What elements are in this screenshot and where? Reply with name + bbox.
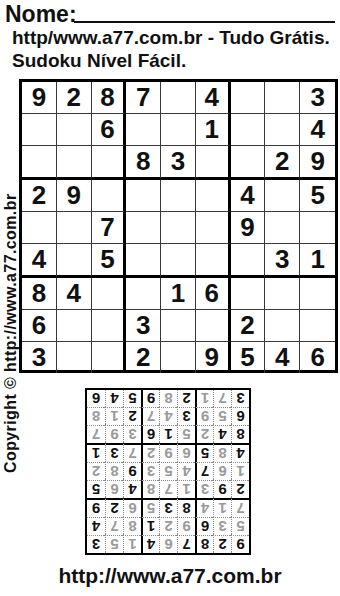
puzzle-cell-r3c8: 2 bbox=[265, 146, 300, 180]
solution-cell-r6c5: 9 bbox=[159, 443, 177, 462]
solution-cell-r7c3: 2 bbox=[195, 425, 213, 443]
solution-cell-r4c9: 5 bbox=[87, 480, 105, 498]
solution-cell-r6c4: 6 bbox=[177, 443, 195, 462]
solution-cell-r7c7: 3 bbox=[123, 425, 141, 443]
puzzle-cell-r9c4: 2 bbox=[126, 342, 161, 373]
solution-cell-r8c9: 8 bbox=[87, 407, 105, 425]
solution-cell-r7c8: 9 bbox=[105, 425, 123, 443]
solution-cell-r8c7: 2 bbox=[123, 407, 141, 425]
puzzle-cell-r7c7[interactable] bbox=[231, 278, 266, 310]
solution-cell-r8c1: 6 bbox=[231, 407, 249, 425]
puzzle-cell-r6c3: 5 bbox=[92, 244, 127, 278]
solution-cell-r7c4: 5 bbox=[177, 425, 195, 443]
puzzle-cell-r3c4: 8 bbox=[126, 146, 161, 180]
solution-cell-r3c6: 5 bbox=[141, 498, 159, 517]
solution-cell-r2c5: 2 bbox=[159, 517, 177, 535]
puzzle-cell-r2c4[interactable] bbox=[126, 114, 161, 146]
puzzle-cell-r1c6: 4 bbox=[196, 82, 231, 114]
solution-cell-r2c7: 8 bbox=[123, 517, 141, 535]
copyright-vertical-text: Copyright © http://www.a77.com.br bbox=[2, 79, 20, 473]
puzzle-cell-r5c6[interactable] bbox=[196, 212, 231, 244]
puzzle-cell-r6c2[interactable] bbox=[57, 244, 92, 278]
solution-grid: 9287641535369218747148356292931784651674… bbox=[85, 388, 251, 555]
puzzle-cell-r4c3[interactable] bbox=[92, 180, 127, 212]
solution-cell-r3c3: 4 bbox=[195, 498, 213, 517]
puzzle-cell-r2c9: 4 bbox=[300, 114, 335, 146]
puzzle-cell-r6c6[interactable] bbox=[196, 244, 231, 278]
solution-cell-r5c5: 5 bbox=[159, 462, 177, 480]
puzzle-cell-r4c1: 2 bbox=[22, 180, 57, 212]
puzzle-cell-r5c5[interactable] bbox=[161, 212, 196, 244]
solution-cell-r8c2: 5 bbox=[213, 407, 231, 425]
solution-cell-r4c4: 1 bbox=[177, 480, 195, 498]
puzzle-cell-r4c6[interactable] bbox=[196, 180, 231, 212]
puzzle-cell-r8c4: 3 bbox=[126, 310, 161, 342]
puzzle-cell-r2c3: 6 bbox=[92, 114, 127, 146]
footer-url: http://www.a77.com.br bbox=[0, 564, 340, 588]
solution-cell-r4c6: 8 bbox=[141, 480, 159, 498]
solution-cell-r4c8: 6 bbox=[105, 480, 123, 498]
solution-cell-r4c1: 2 bbox=[231, 480, 249, 498]
puzzle-cell-r6c4[interactable] bbox=[126, 244, 161, 278]
solution-cell-r1c3: 8 bbox=[195, 535, 213, 553]
solution-cell-r6c3: 5 bbox=[195, 443, 213, 462]
solution-cell-r3c8: 2 bbox=[105, 498, 123, 517]
puzzle-cell-r4c9: 5 bbox=[300, 180, 335, 212]
puzzle-cell-r1c5[interactable] bbox=[161, 82, 196, 114]
puzzle-cell-r9c7: 5 bbox=[231, 342, 266, 373]
solution-cell-r3c9: 9 bbox=[87, 498, 105, 517]
puzzle-cell-r6c8: 3 bbox=[265, 244, 300, 278]
puzzle-cell-r7c4[interactable] bbox=[126, 278, 161, 310]
solution-cell-r6c9: 1 bbox=[87, 443, 105, 462]
solution-cell-r5c1: 1 bbox=[231, 462, 249, 480]
puzzle-cell-r2c2[interactable] bbox=[57, 114, 92, 146]
puzzle-cell-r1c8[interactable] bbox=[265, 82, 300, 114]
solution-cell-r5c8: 8 bbox=[105, 462, 123, 480]
solution-cell-r5c3: 7 bbox=[195, 462, 213, 480]
solution-cell-r6c8: 3 bbox=[105, 443, 123, 462]
puzzle-cell-r7c5: 1 bbox=[161, 278, 196, 310]
solution-cell-r8c5: 4 bbox=[159, 407, 177, 425]
puzzle-cell-r5c3: 7 bbox=[92, 212, 127, 244]
puzzle-cell-r8c1: 6 bbox=[22, 310, 57, 342]
puzzle-cell-r5c1[interactable] bbox=[22, 212, 57, 244]
solution-cell-r9c1: 3 bbox=[231, 390, 249, 407]
puzzle-cell-r3c3[interactable] bbox=[92, 146, 127, 180]
puzzle-cell-r3c6[interactable] bbox=[196, 146, 231, 180]
solution-cell-r1c5: 6 bbox=[159, 535, 177, 553]
puzzle-cell-r8c3[interactable] bbox=[92, 310, 127, 342]
solution-cell-r3c1: 7 bbox=[231, 498, 249, 517]
solution-cell-r1c8: 5 bbox=[105, 535, 123, 553]
name-fill-in-line[interactable] bbox=[74, 0, 335, 23]
solution-cell-r9c6: 9 bbox=[141, 390, 159, 407]
solution-cell-r9c8: 4 bbox=[105, 390, 123, 407]
puzzle-cell-r9c6: 9 bbox=[196, 342, 231, 373]
solution-cell-r2c4: 9 bbox=[177, 517, 195, 535]
solution-cell-r1c4: 7 bbox=[177, 535, 195, 553]
puzzle-cell-r9c8: 4 bbox=[265, 342, 300, 373]
solution-cell-r5c2: 6 bbox=[213, 462, 231, 480]
solution-cell-r2c3: 6 bbox=[195, 517, 213, 535]
sudoku-sheet: Nome: http/www.a77.com.br - Tudo Grátis.… bbox=[0, 0, 340, 596]
puzzle-cell-r7c3[interactable] bbox=[92, 278, 127, 310]
solution-cell-r7c6: 6 bbox=[141, 425, 159, 443]
puzzle-cell-r2c5[interactable] bbox=[161, 114, 196, 146]
puzzle-cell-r1c1: 9 bbox=[22, 82, 57, 114]
puzzle-cell-r1c9: 3 bbox=[300, 82, 335, 114]
solution-cell-r7c5: 1 bbox=[159, 425, 177, 443]
puzzle-cell-r7c6: 6 bbox=[196, 278, 231, 310]
solution-cell-r2c6: 1 bbox=[141, 517, 159, 535]
solution-cell-r3c4: 8 bbox=[177, 498, 195, 517]
solution-cell-r9c3: 1 bbox=[195, 390, 213, 407]
puzzle-cell-r2c1[interactable] bbox=[22, 114, 57, 146]
solution-cell-r2c9: 4 bbox=[87, 517, 105, 535]
puzzle-cell-r3c1[interactable] bbox=[22, 146, 57, 180]
puzzle-cell-r6c1: 4 bbox=[22, 244, 57, 278]
puzzle-cell-r4c7: 4 bbox=[231, 180, 266, 212]
solution-cell-r7c9: 7 bbox=[87, 425, 105, 443]
puzzle-cell-r7c2: 4 bbox=[57, 278, 92, 310]
puzzle-cell-r7c8[interactable] bbox=[265, 278, 300, 310]
solution-cell-r8c6: 7 bbox=[141, 407, 159, 425]
solution-cell-r6c2: 8 bbox=[213, 443, 231, 462]
puzzle-cell-r8c8[interactable] bbox=[265, 310, 300, 342]
puzzle-cell-r5c8[interactable] bbox=[265, 212, 300, 244]
puzzle-cell-r8c6[interactable] bbox=[196, 310, 231, 342]
puzzle-cell-r4c8[interactable] bbox=[265, 180, 300, 212]
solution-cell-r7c2: 4 bbox=[213, 425, 231, 443]
solution-cell-r4c3: 3 bbox=[195, 480, 213, 498]
solution-cell-r8c4: 3 bbox=[177, 407, 195, 425]
solution-cell-r6c6: 2 bbox=[141, 443, 159, 462]
solution-cell-r1c6: 4 bbox=[141, 535, 159, 553]
solution-cell-r6c7: 7 bbox=[123, 443, 141, 462]
puzzle-cell-r4c2: 9 bbox=[57, 180, 92, 212]
puzzle-cell-r1c2: 2 bbox=[57, 82, 92, 114]
puzzle-cell-r5c9[interactable] bbox=[300, 212, 335, 244]
solution-cell-r4c7: 4 bbox=[123, 480, 141, 498]
solution-cell-r8c8: 1 bbox=[105, 407, 123, 425]
solution-cell-r1c7: 1 bbox=[123, 535, 141, 553]
puzzle-cell-r7c1: 8 bbox=[22, 278, 57, 310]
solution-cell-r1c9: 3 bbox=[87, 535, 105, 553]
solution-cell-r3c2: 1 bbox=[213, 498, 231, 517]
site-title: http/www.a77.com.br - Tudo Grátis. bbox=[12, 27, 330, 49]
puzzle-cell-r3c9: 9 bbox=[300, 146, 335, 180]
solution-cell-r6c1: 4 bbox=[231, 443, 249, 462]
puzzle-cell-r3c2[interactable] bbox=[57, 146, 92, 180]
puzzle-cell-r5c7: 9 bbox=[231, 212, 266, 244]
puzzle-cell-r9c5[interactable] bbox=[161, 342, 196, 373]
puzzle-cell-r1c4: 7 bbox=[126, 82, 161, 114]
puzzle-cell-r7c9[interactable] bbox=[300, 278, 335, 310]
solution-cell-r1c1: 9 bbox=[231, 535, 249, 553]
puzzle-cell-r9c1: 3 bbox=[22, 342, 57, 373]
puzzle-difficulty-title: Sudoku Nível Fácil. bbox=[12, 50, 186, 72]
puzzle-grid: 928743614832929457945318416632329546 bbox=[19, 79, 338, 373]
solution-cell-r4c2: 9 bbox=[213, 480, 231, 498]
solution-cell-r2c8: 7 bbox=[105, 517, 123, 535]
puzzle-cell-r6c9: 1 bbox=[300, 244, 335, 278]
puzzle-cell-r3c7[interactable] bbox=[231, 146, 266, 180]
puzzle-cell-r6c7[interactable] bbox=[231, 244, 266, 278]
puzzle-cell-r9c2[interactable] bbox=[57, 342, 92, 373]
solution-cell-r5c9: 2 bbox=[87, 462, 105, 480]
puzzle-cell-r8c7: 2 bbox=[231, 310, 266, 342]
puzzle-cell-r4c5[interactable] bbox=[161, 180, 196, 212]
solution-cell-r5c7: 9 bbox=[123, 462, 141, 480]
puzzle-cell-r4c4[interactable] bbox=[126, 180, 161, 212]
puzzle-cell-r2c7[interactable] bbox=[231, 114, 266, 146]
puzzle-cell-r5c2[interactable] bbox=[57, 212, 92, 244]
puzzle-cell-r5c4[interactable] bbox=[126, 212, 161, 244]
puzzle-cell-r8c5[interactable] bbox=[161, 310, 196, 342]
solution-cell-r5c6: 3 bbox=[141, 462, 159, 480]
solution-cell-r3c5: 3 bbox=[159, 498, 177, 517]
solution-cell-r9c7: 5 bbox=[123, 390, 141, 407]
solution-cell-r7c1: 8 bbox=[231, 425, 249, 443]
puzzle-cell-r9c3[interactable] bbox=[92, 342, 127, 373]
name-label: Nome: bbox=[5, 1, 77, 28]
solution-cell-r9c9: 6 bbox=[87, 390, 105, 407]
solution-cell-r9c2: 7 bbox=[213, 390, 231, 407]
puzzle-cell-r9c9: 6 bbox=[300, 342, 335, 373]
puzzle-cell-r1c3: 8 bbox=[92, 82, 127, 114]
puzzle-cell-r6c5[interactable] bbox=[161, 244, 196, 278]
solution-cell-r3c7: 6 bbox=[123, 498, 141, 517]
solution-cell-r1c2: 2 bbox=[213, 535, 231, 553]
solution-cell-r2c1: 5 bbox=[231, 517, 249, 535]
puzzle-cell-r8c2[interactable] bbox=[57, 310, 92, 342]
puzzle-cell-r1c7[interactable] bbox=[231, 82, 266, 114]
puzzle-cell-r2c8[interactable] bbox=[265, 114, 300, 146]
puzzle-cell-r8c9[interactable] bbox=[300, 310, 335, 342]
solution-cell-r4c5: 7 bbox=[159, 480, 177, 498]
solution-cell-r8c3: 9 bbox=[195, 407, 213, 425]
puzzle-cell-r2c6: 1 bbox=[196, 114, 231, 146]
solution-cell-r9c5: 8 bbox=[159, 390, 177, 407]
puzzle-cell-r3c5: 3 bbox=[161, 146, 196, 180]
solution-cell-r2c2: 3 bbox=[213, 517, 231, 535]
solution-cell-r5c4: 4 bbox=[177, 462, 195, 480]
solution-cell-r9c4: 2 bbox=[177, 390, 195, 407]
